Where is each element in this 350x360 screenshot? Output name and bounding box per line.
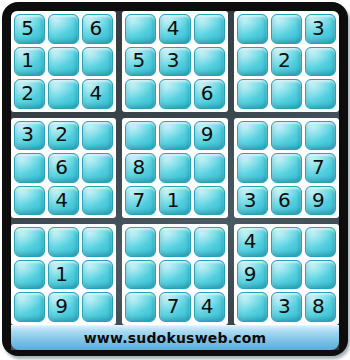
- cell-digit: 4: [89, 83, 102, 103]
- cell-r3c8[interactable]: [271, 79, 302, 109]
- cell-r6c1[interactable]: [14, 186, 45, 216]
- cell-r3c1[interactable]: 2: [14, 79, 45, 109]
- cell-r9c8[interactable]: 3: [271, 292, 302, 322]
- cell-r1c8[interactable]: [271, 14, 302, 44]
- cell-digit: 9: [55, 296, 68, 316]
- cell-r7c6[interactable]: [194, 227, 225, 257]
- cell-r2c1[interactable]: 1: [14, 47, 45, 77]
- cell-r7c5[interactable]: [159, 227, 190, 257]
- cell-digit: 2: [21, 83, 34, 103]
- cell-r2c9[interactable]: [305, 47, 336, 77]
- cell-r8c8[interactable]: [271, 260, 302, 290]
- cell-r8c6[interactable]: [194, 260, 225, 290]
- cell-r9c4[interactable]: [125, 292, 156, 322]
- cell-r7c1[interactable]: [14, 227, 45, 257]
- cell-digit: 7: [167, 296, 180, 316]
- block-r1c1: 9871: [122, 118, 227, 219]
- cell-r3c2[interactable]: [48, 79, 79, 109]
- cell-digit: 5: [21, 18, 34, 38]
- cell-digit: 7: [133, 190, 146, 210]
- cell-r1c6[interactable]: [194, 14, 225, 44]
- cell-r1c9[interactable]: 3: [305, 14, 336, 44]
- cell-r1c3[interactable]: 6: [82, 14, 113, 44]
- cell-r6c7[interactable]: 3: [237, 186, 268, 216]
- cell-r8c1[interactable]: [14, 260, 45, 290]
- cell-digit: 8: [312, 296, 325, 316]
- cell-digit: 4: [167, 18, 180, 38]
- cell-digit: 9: [201, 124, 214, 144]
- cell-digit: 1: [167, 190, 180, 210]
- board-frame: 5612445363232649871736919744938 www.sudo…: [2, 2, 348, 356]
- cell-r5c3[interactable]: [82, 153, 113, 183]
- cell-r7c8[interactable]: [271, 227, 302, 257]
- cell-r9c1[interactable]: [14, 292, 45, 322]
- block-r2c0: 19: [11, 224, 116, 325]
- cell-digit: 8: [133, 157, 146, 177]
- cell-r1c2[interactable]: [48, 14, 79, 44]
- cell-r6c2[interactable]: 4: [48, 186, 79, 216]
- cell-digit: 6: [89, 18, 102, 38]
- cell-r4c1[interactable]: 3: [14, 121, 45, 151]
- cell-r9c9[interactable]: 8: [305, 292, 336, 322]
- cell-r8c7[interactable]: 9: [237, 260, 268, 290]
- block-r0c1: 4536: [122, 11, 227, 112]
- cell-r3c3[interactable]: 4: [82, 79, 113, 109]
- block-r2c2: 4938: [234, 224, 339, 325]
- cell-r1c4[interactable]: [125, 14, 156, 44]
- cell-digit: 9: [244, 264, 257, 284]
- cell-r9c2[interactable]: 9: [48, 292, 79, 322]
- cell-r4c6[interactable]: 9: [194, 121, 225, 151]
- cell-r4c4[interactable]: [125, 121, 156, 151]
- cell-r2c8[interactable]: 2: [271, 47, 302, 77]
- cell-r1c5[interactable]: 4: [159, 14, 190, 44]
- cell-r4c2[interactable]: 2: [48, 121, 79, 151]
- sudoku-board: 5612445363232649871736919744938 www.sudo…: [11, 11, 339, 350]
- cell-r8c3[interactable]: [82, 260, 113, 290]
- cell-r6c5[interactable]: 1: [159, 186, 190, 216]
- sudoku-grid: 5612445363232649871736919744938: [11, 11, 339, 325]
- cell-r6c3[interactable]: [82, 186, 113, 216]
- cell-r2c2[interactable]: [48, 47, 79, 77]
- cell-r6c6[interactable]: [194, 186, 225, 216]
- cell-r2c5[interactable]: 3: [159, 47, 190, 77]
- cell-r7c9[interactable]: [305, 227, 336, 257]
- cell-r7c4[interactable]: [125, 227, 156, 257]
- block-r1c2: 7369: [234, 118, 339, 219]
- cell-digit: 3: [167, 50, 180, 70]
- cell-digit: 4: [201, 296, 214, 316]
- site-url: www.sudokusweb.com: [84, 330, 267, 346]
- cell-r5c9[interactable]: 7: [305, 153, 336, 183]
- cell-digit: 3: [312, 18, 325, 38]
- cell-r7c7[interactable]: 4: [237, 227, 268, 257]
- cell-digit: 3: [278, 296, 291, 316]
- cell-r4c8[interactable]: [271, 121, 302, 151]
- cell-r5c4[interactable]: 8: [125, 153, 156, 183]
- cell-r5c8[interactable]: [271, 153, 302, 183]
- cell-r1c1[interactable]: 5: [14, 14, 45, 44]
- cell-r2c4[interactable]: 5: [125, 47, 156, 77]
- cell-digit: 1: [21, 50, 34, 70]
- cell-digit: 4: [55, 190, 68, 210]
- cell-r3c5[interactable]: [159, 79, 190, 109]
- cell-r6c8[interactable]: 6: [271, 186, 302, 216]
- cell-r1c7[interactable]: [237, 14, 268, 44]
- cell-digit: 6: [201, 83, 214, 103]
- cell-r3c6[interactable]: 6: [194, 79, 225, 109]
- cell-r5c1[interactable]: [14, 153, 45, 183]
- sudoku-screenshot: 5612445363232649871736919744938 www.sudo…: [0, 0, 350, 360]
- cell-digit: 3: [21, 124, 34, 144]
- cell-r3c9[interactable]: [305, 79, 336, 109]
- cell-r6c9[interactable]: 9: [305, 186, 336, 216]
- cell-digit: 6: [55, 157, 68, 177]
- cell-digit: 5: [133, 50, 146, 70]
- cell-r9c7[interactable]: [237, 292, 268, 322]
- cell-r4c5[interactable]: [159, 121, 190, 151]
- block-r0c0: 56124: [11, 11, 116, 112]
- cell-r7c3[interactable]: [82, 227, 113, 257]
- cell-digit: 7: [312, 157, 325, 177]
- cell-r7c2[interactable]: [48, 227, 79, 257]
- block-r2c1: 74: [122, 224, 227, 325]
- cell-r8c4[interactable]: [125, 260, 156, 290]
- cell-r9c5[interactable]: 7: [159, 292, 190, 322]
- cell-r9c3[interactable]: [82, 292, 113, 322]
- cell-r5c2[interactable]: 6: [48, 153, 79, 183]
- cell-r4c9[interactable]: [305, 121, 336, 151]
- cell-digit: 1: [55, 264, 68, 284]
- cell-r3c4[interactable]: [125, 79, 156, 109]
- cell-r4c7[interactable]: [237, 121, 268, 151]
- cell-digit: 9: [312, 190, 325, 210]
- block-r1c0: 3264: [11, 118, 116, 219]
- cell-r3c7[interactable]: [237, 79, 268, 109]
- cell-r2c6[interactable]: [194, 47, 225, 77]
- cell-r2c7[interactable]: [237, 47, 268, 77]
- cell-digit: 6: [278, 190, 291, 210]
- cell-r5c6[interactable]: [194, 153, 225, 183]
- cell-digit: 3: [244, 190, 257, 210]
- cell-r9c6[interactable]: 4: [194, 292, 225, 322]
- cell-r6c4[interactable]: 7: [125, 186, 156, 216]
- cell-r5c7[interactable]: [237, 153, 268, 183]
- block-r0c2: 32: [234, 11, 339, 112]
- cell-digit: 2: [55, 124, 68, 144]
- cell-r8c5[interactable]: [159, 260, 190, 290]
- cell-r4c3[interactable]: [82, 121, 113, 151]
- footer-band: www.sudokusweb.com: [11, 325, 339, 350]
- cell-digit: 4: [244, 231, 257, 251]
- cell-r2c3[interactable]: [82, 47, 113, 77]
- cell-r5c5[interactable]: [159, 153, 190, 183]
- cell-r8c2[interactable]: 1: [48, 260, 79, 290]
- cell-r8c9[interactable]: [305, 260, 336, 290]
- cell-digit: 2: [278, 50, 291, 70]
